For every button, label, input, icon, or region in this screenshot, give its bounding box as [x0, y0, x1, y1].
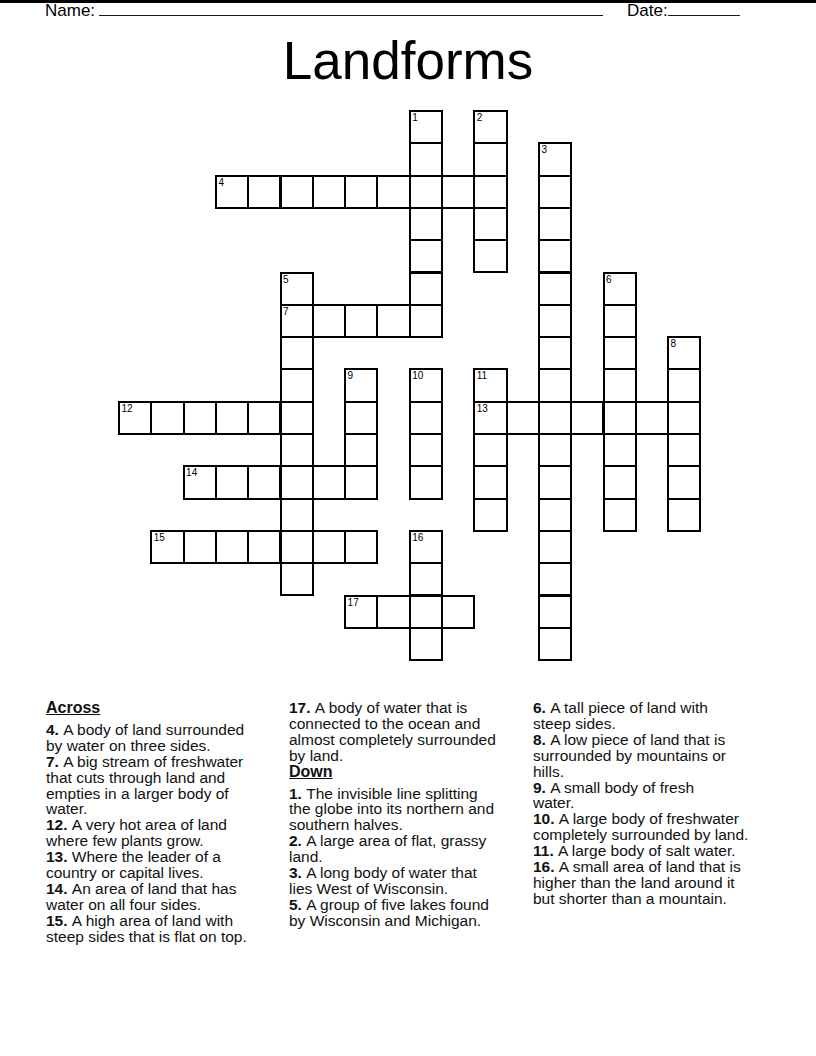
clue-column-1: Across4. A body of land surrounded by wa…: [46, 700, 286, 945]
cell-number-7: 7: [283, 306, 289, 317]
clue-down-6: 6. A tall piece of land with steep sides…: [533, 700, 779, 732]
grid-cell-r13c6[interactable]: [312, 530, 346, 564]
grid-cell-r9c2[interactable]: [183, 401, 217, 435]
grid-cell-r13c1[interactable]: 15: [150, 530, 184, 564]
grid-cell-r9c14[interactable]: [570, 401, 604, 435]
grid-cell-r15c7[interactable]: 17: [344, 595, 378, 629]
clue-text: A long body of water that lies West of W…: [289, 864, 477, 897]
grid-cell-r7c13[interactable]: [538, 336, 572, 370]
grid-cell-r9c11[interactable]: 13: [473, 401, 507, 435]
grid-cell-r8c5[interactable]: [280, 368, 314, 402]
clue-down-10: 10. A large body of freshwater completel…: [533, 811, 779, 843]
grid-cell-r14c5[interactable]: [280, 562, 314, 596]
grid-cell-r9c5[interactable]: [280, 401, 314, 435]
clue-number: 2.: [289, 832, 306, 849]
grid-cell-r9c13[interactable]: [538, 401, 572, 435]
grid-cell-r15c10[interactable]: [441, 595, 475, 629]
grid-cell-r13c3[interactable]: [215, 530, 249, 564]
clue-column-3: 6. A tall piece of land with steep sides…: [533, 700, 779, 907]
grid-cell-r5c13[interactable]: [538, 272, 572, 306]
grid-cell-r9c15[interactable]: [603, 401, 637, 435]
cell-number-4: 4: [218, 177, 224, 188]
grid-cell-r9c16[interactable]: [635, 401, 669, 435]
grid-cell-r7c17[interactable]: 8: [667, 336, 701, 370]
cell-number-14: 14: [186, 467, 197, 478]
grid-cell-r6c15[interactable]: [603, 304, 637, 338]
clue-text: A large body of freshwater completely su…: [533, 810, 748, 843]
clue-text: An area of land that has water on all fo…: [46, 880, 236, 913]
grid-cell-r2c9[interactable]: [409, 175, 443, 209]
cell-number-12: 12: [122, 403, 133, 414]
clue-number: 13.: [46, 848, 72, 865]
clue-text: A very hot area of land where few plants…: [46, 816, 227, 849]
grid-cell-r2c11[interactable]: [473, 175, 507, 209]
cell-number-11: 11: [477, 370, 487, 381]
grid-cell-r8c7[interactable]: 9: [344, 368, 378, 402]
clue-down-16: 16. A small area of land that is higher …: [533, 859, 779, 907]
clue-number: 4.: [46, 721, 63, 738]
grid-cell-r12c11[interactable]: [473, 498, 507, 532]
grid-cell-r14c9[interactable]: [409, 562, 443, 596]
grid-cell-r1c13[interactable]: 3: [538, 142, 572, 176]
grid-cell-r15c9[interactable]: [409, 595, 443, 629]
grid-cell-r10c9[interactable]: [409, 433, 443, 467]
grid-cell-r13c5[interactable]: [280, 530, 314, 564]
grid-cell-r9c12[interactable]: [506, 401, 540, 435]
grid-cell-r6c9[interactable]: [409, 304, 443, 338]
cell-number-6: 6: [606, 274, 612, 285]
clue-down-2: 2. A large area of flat, grassy land.: [289, 833, 529, 865]
clue-text: A group of five lakes found by Wisconsin…: [289, 896, 489, 929]
clue-text: A large area of flat, grassy land.: [289, 832, 486, 865]
grid-cell-r11c13[interactable]: [538, 465, 572, 499]
grid-cell-r0c9[interactable]: 1: [409, 110, 443, 144]
grid-cell-r5c5[interactable]: 5: [280, 272, 314, 306]
grid-cell-r16c13[interactable]: [538, 627, 572, 661]
grid-cell-r11c17[interactable]: [667, 465, 701, 499]
clue-number: 16.: [533, 858, 559, 875]
grid-cell-r15c13[interactable]: [538, 595, 572, 629]
cell-number-8: 8: [671, 338, 677, 349]
clue-down-8: 8. A low piece of land that is surrounde…: [533, 732, 779, 780]
grid-cell-r10c11[interactable]: [473, 433, 507, 467]
down-header: Down: [289, 764, 529, 780]
grid-cell-r13c7[interactable]: [344, 530, 378, 564]
clue-text: The invisible line splitting the globe i…: [289, 785, 494, 834]
clue-down-11: 11. A large body of salt water.: [533, 843, 779, 859]
grid-cell-r4c13[interactable]: [538, 239, 572, 273]
clue-down-9: 9. A small body of fresh water.: [533, 780, 779, 812]
clue-number: 6.: [533, 699, 550, 716]
grid-cell-r4c9[interactable]: [409, 239, 443, 273]
grid-cell-r2c4[interactable]: [247, 175, 281, 209]
clue-text: A body of land surrounded by water on th…: [46, 721, 244, 754]
grid-cell-r13c9[interactable]: 16: [409, 530, 443, 564]
date-label: Date:: [627, 1, 668, 21]
worksheet-title: Landforms: [0, 33, 816, 89]
cell-number-3: 3: [541, 144, 547, 155]
clue-number: 10.: [533, 810, 559, 827]
clue-text: A small area of land that is higher than…: [533, 858, 741, 907]
clue-down-5: 5. A group of five lakes found by Wiscon…: [289, 897, 529, 929]
grid-cell-r10c5[interactable]: [280, 433, 314, 467]
cell-number-9: 9: [348, 370, 354, 381]
grid-cell-r8c9[interactable]: 10: [409, 368, 443, 402]
grid-cell-r9c7[interactable]: [344, 401, 378, 435]
grid-cell-r6c6[interactable]: [312, 304, 346, 338]
grid-cell-r4c11[interactable]: [473, 239, 507, 273]
cell-number-15: 15: [154, 532, 165, 543]
grid-cell-r2c13[interactable]: [538, 175, 572, 209]
clue-across-15: 15. A high area of land with steep sides…: [46, 913, 286, 945]
clue-number: 15.: [46, 912, 72, 929]
grid-cell-r6c13[interactable]: [538, 304, 572, 338]
grid-cell-r0c11[interactable]: 2: [473, 110, 507, 144]
clue-across-12: 12. A very hot area of land where few pl…: [46, 817, 286, 849]
clue-across-7: 7. A big stream of freshwater that cuts …: [46, 754, 286, 818]
clue-number: 17.: [289, 699, 315, 716]
clue-down-3: 3. A long body of water that lies West o…: [289, 865, 529, 897]
clue-text: A low piece of land that is surrounded b…: [533, 731, 726, 780]
clue-number: 3.: [289, 864, 306, 881]
grid-cell-r6c5[interactable]: 7: [280, 304, 314, 338]
clue-number: 8.: [533, 731, 550, 748]
grid-cell-r12c15[interactable]: [603, 498, 637, 532]
clue-number: 11.: [533, 842, 558, 859]
grid-cell-r6c7[interactable]: [344, 304, 378, 338]
grid-cell-r8c13[interactable]: [538, 368, 572, 402]
cell-number-1: 1: [412, 112, 418, 123]
grid-cell-r13c13[interactable]: [538, 530, 572, 564]
grid-cell-r3c11[interactable]: [473, 207, 507, 241]
grid-cell-r9c4[interactable]: [247, 401, 281, 435]
grid-cell-r9c0[interactable]: 12: [118, 401, 152, 435]
clue-text: A big stream of freshwater that cuts thr…: [46, 753, 243, 818]
clue-text: A tall piece of land with steep sides.: [533, 699, 708, 732]
grid-cell-r9c1[interactable]: [150, 401, 184, 435]
grid-cell-r5c15[interactable]: 6: [603, 272, 637, 306]
grid-cell-r9c3[interactable]: [215, 401, 249, 435]
grid-cell-r12c5[interactable]: [280, 498, 314, 532]
grid-cell-r11c15[interactable]: [603, 465, 637, 499]
grid-cell-r16c9[interactable]: [409, 627, 443, 661]
grid-cell-r11c2[interactable]: 14: [183, 465, 217, 499]
grid-cell-r10c15[interactable]: [603, 433, 637, 467]
grid-cell-r11c11[interactable]: [473, 465, 507, 499]
grid-cell-r11c7[interactable]: [344, 465, 378, 499]
clue-number: 7.: [46, 753, 63, 770]
cell-number-2: 2: [477, 112, 483, 123]
grid-cell-r10c7[interactable]: [344, 433, 378, 467]
grid-cell-r2c5[interactable]: [280, 175, 314, 209]
grid-cell-r3c13[interactable]: [538, 207, 572, 241]
grid-cell-r6c8[interactable]: [376, 304, 410, 338]
grid-cell-r9c9[interactable]: [409, 401, 443, 435]
clue-across-14: 14. An area of land that has water on al…: [46, 881, 286, 913]
clue-across-4: 4. A body of land surrounded by water on…: [46, 722, 286, 754]
grid-cell-r12c17[interactable]: [667, 498, 701, 532]
name-label: Name:: [45, 1, 95, 21]
grid-cell-r2c3[interactable]: 4: [215, 175, 249, 209]
clue-text: A large body of salt water.: [558, 842, 736, 859]
grid-cell-r2c7[interactable]: [344, 175, 378, 209]
clue-text: A small body of fresh water.: [533, 779, 694, 812]
grid-cell-r14c13[interactable]: [538, 562, 572, 596]
cell-number-5: 5: [283, 274, 289, 285]
grid-cell-r11c5[interactable]: [280, 465, 314, 499]
grid-cell-r5c9[interactable]: [409, 272, 443, 306]
grid-cell-r2c10[interactable]: [441, 175, 475, 209]
clue-number: 9.: [533, 779, 550, 796]
grid-cell-r2c6[interactable]: [312, 175, 346, 209]
clue-across-17: 17. A body of water that is connected to…: [289, 700, 529, 764]
clue-across-13: 13. Where the leader of a country or cap…: [46, 849, 286, 881]
grid-cell-r10c13[interactable]: [538, 433, 572, 467]
cell-number-13: 13: [477, 403, 488, 414]
cell-number-17: 17: [348, 597, 359, 608]
grid-cell-r3c9[interactable]: [409, 207, 443, 241]
grid-cell-r11c4[interactable]: [247, 465, 281, 499]
clue-down-1: 1. The invisible line splitting the glob…: [289, 786, 529, 834]
grid-cell-r8c17[interactable]: [667, 368, 701, 402]
grid-cell-r1c11[interactable]: [473, 142, 507, 176]
grid-cell-r2c8[interactable]: [376, 175, 410, 209]
across-header: Across: [46, 700, 286, 716]
clue-number: 12.: [46, 816, 72, 833]
clue-number: 1.: [289, 785, 306, 802]
cell-number-10: 10: [412, 370, 423, 381]
clue-number: 14.: [46, 880, 72, 897]
grid-cell-r1c9[interactable]: [409, 142, 443, 176]
grid-cell-r8c11[interactable]: 11: [473, 368, 507, 402]
clue-text: Where the leader of a country or capital…: [46, 848, 221, 881]
grid-cell-r11c6[interactable]: [312, 465, 346, 499]
grid-cell-r8c15[interactable]: [603, 368, 637, 402]
grid-cell-r11c3[interactable]: [215, 465, 249, 499]
clue-number: 5.: [289, 896, 306, 913]
clue-text: A high area of land with steep sides tha…: [46, 912, 247, 945]
grid-cell-r7c15[interactable]: [603, 336, 637, 370]
grid-cell-r12c13[interactable]: [538, 498, 572, 532]
clue-column-2: 17. A body of water that is connected to…: [289, 700, 529, 929]
grid-cell-r9c17[interactable]: [667, 401, 701, 435]
grid-cell-r7c5[interactable]: [280, 336, 314, 370]
name-input-line[interactable]: [99, 0, 603, 16]
grid-cell-r13c4[interactable]: [247, 530, 281, 564]
date-input-line[interactable]: [668, 0, 740, 16]
grid-cell-r10c17[interactable]: [667, 433, 701, 467]
grid-cell-r11c9[interactable]: [409, 465, 443, 499]
grid-cell-r13c2[interactable]: [183, 530, 217, 564]
cell-number-16: 16: [412, 532, 423, 543]
crossword-grid: 1234567891011121314151617: [118, 110, 702, 662]
grid-cell-r15c8[interactable]: [376, 595, 410, 629]
clue-text: A body of water that is connected to the…: [289, 699, 496, 764]
